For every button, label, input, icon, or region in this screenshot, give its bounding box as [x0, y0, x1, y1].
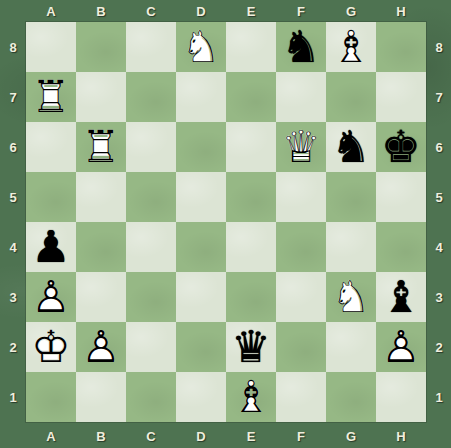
file-label-top-b: B: [76, 0, 126, 22]
square-b7[interactable]: [76, 72, 126, 122]
square-a1[interactable]: [26, 372, 76, 422]
square-g6[interactable]: ♞: [326, 122, 376, 172]
file-labels-top: ABCDEFGH: [26, 0, 426, 22]
square-d6[interactable]: [176, 122, 226, 172]
square-b2[interactable]: ♟♙: [76, 322, 126, 372]
rank-label-right-4: 4: [427, 222, 451, 272]
square-a3[interactable]: ♟♙: [26, 272, 76, 322]
square-b4[interactable]: [76, 222, 126, 272]
white-pawn[interactable]: ♟♙: [376, 322, 426, 372]
square-g2[interactable]: [326, 322, 376, 372]
square-b8[interactable]: [76, 22, 126, 72]
file-label-bottom-h: H: [376, 425, 426, 448]
square-c1[interactable]: [126, 372, 176, 422]
square-a6[interactable]: [26, 122, 76, 172]
file-label-top-c: C: [126, 0, 176, 22]
square-b5[interactable]: [76, 172, 126, 222]
square-f1[interactable]: [276, 372, 326, 422]
square-b1[interactable]: [76, 372, 126, 422]
square-e2[interactable]: ♛: [226, 322, 276, 372]
square-b6[interactable]: ♜♖: [76, 122, 126, 172]
file-label-bottom-g: G: [326, 425, 376, 448]
black-king[interactable]: ♚: [376, 122, 426, 172]
square-c8[interactable]: [126, 22, 176, 72]
square-d7[interactable]: [176, 72, 226, 122]
rank-label-left-7: 7: [0, 72, 26, 122]
black-pawn[interactable]: ♟: [26, 222, 76, 272]
white-king[interactable]: ♚♔: [26, 322, 76, 372]
black-queen[interactable]: ♛: [226, 322, 276, 372]
rank-label-right-3: 3: [427, 272, 451, 322]
chessboard-frame: ABCDEFGH ABCDEFGH 87654321 87654321 ♞♘♞♝…: [0, 0, 451, 448]
square-h3[interactable]: ♝: [376, 272, 426, 322]
square-h7[interactable]: [376, 72, 426, 122]
file-label-top-e: E: [226, 0, 276, 22]
file-label-bottom-e: E: [226, 425, 276, 448]
square-e6[interactable]: [226, 122, 276, 172]
rank-label-right-8: 8: [427, 22, 451, 72]
square-f2[interactable]: [276, 322, 326, 372]
square-c3[interactable]: [126, 272, 176, 322]
file-label-top-f: F: [276, 0, 326, 22]
square-g4[interactable]: [326, 222, 376, 272]
square-g3[interactable]: ♞♘: [326, 272, 376, 322]
square-h4[interactable]: [376, 222, 426, 272]
rank-label-right-7: 7: [427, 72, 451, 122]
square-e3[interactable]: [226, 272, 276, 322]
black-knight[interactable]: ♞: [276, 22, 326, 72]
rank-label-left-4: 4: [0, 222, 26, 272]
square-d1[interactable]: [176, 372, 226, 422]
chessboard: ♞♘♞♝♗♜♖♜♖♛♕♞♚♟♟♙♞♘♝♚♔♟♙♛♟♙♝♗: [26, 22, 426, 422]
square-g1[interactable]: [326, 372, 376, 422]
square-d5[interactable]: [176, 172, 226, 222]
rank-label-right-2: 2: [427, 322, 451, 372]
rank-label-right-5: 5: [427, 172, 451, 222]
square-c5[interactable]: [126, 172, 176, 222]
square-d3[interactable]: [176, 272, 226, 322]
file-label-top-d: D: [176, 0, 226, 22]
white-knight[interactable]: ♞♘: [326, 272, 376, 322]
square-f3[interactable]: [276, 272, 326, 322]
square-c6[interactable]: [126, 122, 176, 172]
black-knight[interactable]: ♞: [326, 122, 376, 172]
square-h1[interactable]: [376, 372, 426, 422]
file-label-top-a: A: [26, 0, 76, 22]
square-h8[interactable]: [376, 22, 426, 72]
white-bishop[interactable]: ♝♗: [326, 22, 376, 72]
square-f4[interactable]: [276, 222, 326, 272]
rank-label-left-8: 8: [0, 22, 26, 72]
square-h5[interactable]: [376, 172, 426, 222]
square-f5[interactable]: [276, 172, 326, 222]
square-a5[interactable]: [26, 172, 76, 222]
rank-label-left-3: 3: [0, 272, 26, 322]
square-d4[interactable]: [176, 222, 226, 272]
square-a2[interactable]: ♚♔: [26, 322, 76, 372]
square-a7[interactable]: ♜♖: [26, 72, 76, 122]
square-h2[interactable]: ♟♙: [376, 322, 426, 372]
square-g7[interactable]: [326, 72, 376, 122]
rank-label-left-5: 5: [0, 172, 26, 222]
square-g5[interactable]: [326, 172, 376, 222]
file-label-top-h: H: [376, 0, 426, 22]
white-rook[interactable]: ♜♖: [26, 72, 76, 122]
file-label-bottom-c: C: [126, 425, 176, 448]
square-e5[interactable]: [226, 172, 276, 222]
square-c7[interactable]: [126, 72, 176, 122]
rank-label-left-6: 6: [0, 122, 26, 172]
square-h6[interactable]: ♚: [376, 122, 426, 172]
square-f7[interactable]: [276, 72, 326, 122]
file-labels-bottom: ABCDEFGH: [26, 425, 426, 448]
square-c2[interactable]: [126, 322, 176, 372]
square-f8[interactable]: ♞: [276, 22, 326, 72]
square-a8[interactable]: [26, 22, 76, 72]
square-d2[interactable]: [176, 322, 226, 372]
square-g8[interactable]: ♝♗: [326, 22, 376, 72]
file-label-bottom-f: F: [276, 425, 326, 448]
white-bishop[interactable]: ♝♗: [226, 372, 276, 422]
white-rook[interactable]: ♜♖: [76, 122, 126, 172]
file-label-bottom-a: A: [26, 425, 76, 448]
file-label-bottom-d: D: [176, 425, 226, 448]
square-e7[interactable]: [226, 72, 276, 122]
rank-label-left-1: 1: [0, 372, 26, 422]
square-c4[interactable]: [126, 222, 176, 272]
square-e8[interactable]: [226, 22, 276, 72]
black-bishop[interactable]: ♝: [376, 272, 426, 322]
rank-labels-right: 87654321: [427, 22, 451, 422]
square-e4[interactable]: [226, 222, 276, 272]
rank-label-right-1: 1: [427, 372, 451, 422]
white-pawn[interactable]: ♟♙: [26, 272, 76, 322]
square-b3[interactable]: [76, 272, 126, 322]
rank-labels-left: 87654321: [0, 22, 26, 422]
white-knight[interactable]: ♞♘: [176, 22, 226, 72]
file-label-top-g: G: [326, 0, 376, 22]
rank-label-right-6: 6: [427, 122, 451, 172]
square-f6[interactable]: ♛♕: [276, 122, 326, 172]
square-e1[interactable]: ♝♗: [226, 372, 276, 422]
square-a4[interactable]: ♟: [26, 222, 76, 272]
rank-label-left-2: 2: [0, 322, 26, 372]
white-queen[interactable]: ♛♕: [276, 122, 326, 172]
white-pawn[interactable]: ♟♙: [76, 322, 126, 372]
square-d8[interactable]: ♞♘: [176, 22, 226, 72]
file-label-bottom-b: B: [76, 425, 126, 448]
